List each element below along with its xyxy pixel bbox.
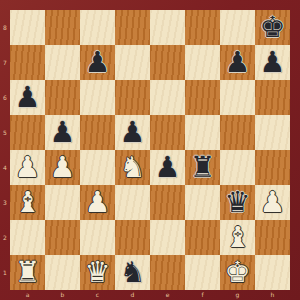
- square-f7[interactable]: [185, 45, 220, 80]
- file-label-b: b: [45, 290, 80, 300]
- square-e8[interactable]: [150, 10, 185, 45]
- square-d7[interactable]: [115, 45, 150, 80]
- square-h6[interactable]: [255, 80, 290, 115]
- square-c4[interactable]: [80, 150, 115, 185]
- square-a5[interactable]: [10, 115, 45, 150]
- chess-board: ♚♟♟♟♟♟♟♟♟♞♟♜♝♟♛♟♝♜♛♞♚: [10, 10, 290, 290]
- rank-label-4: 4: [0, 150, 10, 185]
- rank-label-8: 8: [0, 10, 10, 45]
- square-b3[interactable]: [45, 185, 80, 220]
- file-label-c: c: [80, 290, 115, 300]
- square-b4[interactable]: ♟: [45, 150, 80, 185]
- square-f5[interactable]: [185, 115, 220, 150]
- rank-label-2: 2: [0, 220, 10, 255]
- file-label-d: d: [115, 290, 150, 300]
- file-label-f: f: [185, 290, 220, 300]
- black-pawn[interactable]: ♟: [220, 45, 255, 80]
- square-f6[interactable]: [185, 80, 220, 115]
- square-h7[interactable]: ♟: [255, 45, 290, 80]
- rank-label-7: 7: [0, 45, 10, 80]
- black-pawn[interactable]: ♟: [10, 80, 45, 115]
- square-h1[interactable]: [255, 255, 290, 290]
- square-b5[interactable]: ♟: [45, 115, 80, 150]
- square-a7[interactable]: [10, 45, 45, 80]
- square-h8[interactable]: ♚: [255, 10, 290, 45]
- square-b6[interactable]: [45, 80, 80, 115]
- square-c5[interactable]: [80, 115, 115, 150]
- square-h5[interactable]: [255, 115, 290, 150]
- rank-label-5: 5: [0, 115, 10, 150]
- white-bishop[interactable]: ♝: [220, 220, 255, 255]
- square-e6[interactable]: [150, 80, 185, 115]
- rank-label-3: 3: [0, 185, 10, 220]
- black-pawn[interactable]: ♟: [45, 115, 80, 150]
- chess-board-frame: ♚♟♟♟♟♟♟♟♟♞♟♜♝♟♛♟♝♜♛♞♚ 87654321abcdefgh: [0, 0, 300, 300]
- black-rook[interactable]: ♜: [185, 150, 220, 185]
- black-pawn[interactable]: ♟: [80, 45, 115, 80]
- square-h4[interactable]: [255, 150, 290, 185]
- square-a2[interactable]: [10, 220, 45, 255]
- square-g8[interactable]: [220, 10, 255, 45]
- square-f3[interactable]: [185, 185, 220, 220]
- square-e4[interactable]: ♟: [150, 150, 185, 185]
- square-b7[interactable]: [45, 45, 80, 80]
- square-h2[interactable]: [255, 220, 290, 255]
- square-f4[interactable]: ♜: [185, 150, 220, 185]
- white-pawn[interactable]: ♟: [80, 185, 115, 220]
- rank-label-6: 6: [0, 80, 10, 115]
- square-a6[interactable]: ♟: [10, 80, 45, 115]
- square-f1[interactable]: [185, 255, 220, 290]
- white-bishop[interactable]: ♝: [10, 185, 45, 220]
- black-knight[interactable]: ♞: [115, 255, 150, 290]
- square-f2[interactable]: [185, 220, 220, 255]
- square-b2[interactable]: [45, 220, 80, 255]
- square-g5[interactable]: [220, 115, 255, 150]
- white-pawn[interactable]: ♟: [45, 150, 80, 185]
- file-label-g: g: [220, 290, 255, 300]
- square-a8[interactable]: [10, 10, 45, 45]
- white-knight[interactable]: ♞: [115, 150, 150, 185]
- square-a4[interactable]: ♟: [10, 150, 45, 185]
- square-d8[interactable]: [115, 10, 150, 45]
- white-pawn[interactable]: ♟: [10, 150, 45, 185]
- square-d2[interactable]: [115, 220, 150, 255]
- square-d4[interactable]: ♞: [115, 150, 150, 185]
- square-h3[interactable]: ♟: [255, 185, 290, 220]
- square-g1[interactable]: ♚: [220, 255, 255, 290]
- square-c8[interactable]: [80, 10, 115, 45]
- white-queen[interactable]: ♛: [80, 255, 115, 290]
- file-label-a: a: [10, 290, 45, 300]
- square-e2[interactable]: [150, 220, 185, 255]
- square-d1[interactable]: ♞: [115, 255, 150, 290]
- square-d5[interactable]: ♟: [115, 115, 150, 150]
- square-g4[interactable]: [220, 150, 255, 185]
- square-g6[interactable]: [220, 80, 255, 115]
- file-label-e: e: [150, 290, 185, 300]
- square-g7[interactable]: ♟: [220, 45, 255, 80]
- square-d3[interactable]: [115, 185, 150, 220]
- square-g2[interactable]: ♝: [220, 220, 255, 255]
- white-king[interactable]: ♚: [220, 255, 255, 290]
- square-e5[interactable]: [150, 115, 185, 150]
- square-c1[interactable]: ♛: [80, 255, 115, 290]
- square-e3[interactable]: [150, 185, 185, 220]
- black-pawn[interactable]: ♟: [115, 115, 150, 150]
- square-f8[interactable]: [185, 10, 220, 45]
- square-a3[interactable]: ♝: [10, 185, 45, 220]
- file-label-h: h: [255, 290, 290, 300]
- square-c2[interactable]: [80, 220, 115, 255]
- white-rook[interactable]: ♜: [10, 255, 45, 290]
- square-c6[interactable]: [80, 80, 115, 115]
- square-c7[interactable]: ♟: [80, 45, 115, 80]
- black-pawn[interactable]: ♟: [255, 45, 290, 80]
- square-b1[interactable]: [45, 255, 80, 290]
- square-e7[interactable]: [150, 45, 185, 80]
- white-pawn[interactable]: ♟: [255, 185, 290, 220]
- square-a1[interactable]: ♜: [10, 255, 45, 290]
- black-pawn[interactable]: ♟: [150, 150, 185, 185]
- square-g3[interactable]: ♛: [220, 185, 255, 220]
- square-c3[interactable]: ♟: [80, 185, 115, 220]
- square-e1[interactable]: [150, 255, 185, 290]
- square-b8[interactable]: [45, 10, 80, 45]
- square-d6[interactable]: [115, 80, 150, 115]
- black-queen[interactable]: ♛: [220, 185, 255, 220]
- rank-label-1: 1: [0, 255, 10, 290]
- black-king[interactable]: ♚: [255, 10, 290, 45]
